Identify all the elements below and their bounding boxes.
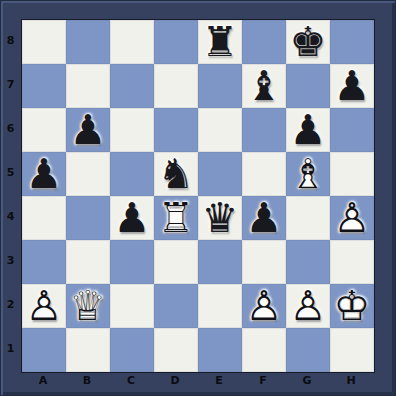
square-c3[interactable] (110, 240, 154, 284)
square-h4[interactable]: ♟♙ (330, 196, 374, 240)
square-a5[interactable]: ♟ (22, 152, 66, 196)
square-e1[interactable] (198, 328, 242, 372)
chess-diagram: 87654321 ♜♚♝♟♟♟♟♞♝♗♟♜♖♛♟♟♙♟♙♛♕♟♙♟♙♚♔ ABC… (0, 0, 396, 396)
rank-label-4: 4 (0, 195, 21, 239)
rank-label-5: 5 (0, 151, 21, 195)
square-h7[interactable]: ♟ (330, 64, 374, 108)
square-e2[interactable] (198, 284, 242, 328)
file-label-f: F (241, 372, 285, 396)
square-d2[interactable] (154, 284, 198, 328)
square-f6[interactable] (242, 108, 286, 152)
file-label-h: H (329, 372, 373, 396)
square-d5[interactable]: ♞ (154, 152, 198, 196)
rank-label-6: 6 (0, 107, 21, 151)
rank-label-2: 2 (0, 283, 21, 327)
square-e7[interactable] (198, 64, 242, 108)
file-label-d: D (153, 372, 197, 396)
square-e3[interactable] (198, 240, 242, 284)
square-e4[interactable]: ♛ (198, 196, 242, 240)
square-c8[interactable] (110, 20, 154, 64)
piece-white-pawn[interactable]: ♟♙ (22, 284, 66, 328)
square-d1[interactable] (154, 328, 198, 372)
square-b7[interactable] (66, 64, 110, 108)
piece-black-king[interactable]: ♚ (286, 20, 330, 64)
square-b3[interactable] (66, 240, 110, 284)
square-g3[interactable] (286, 240, 330, 284)
square-c6[interactable] (110, 108, 154, 152)
piece-white-king[interactable]: ♚♔ (330, 284, 374, 328)
square-b5[interactable] (66, 152, 110, 196)
piece-black-pawn[interactable]: ♟ (110, 196, 154, 240)
square-c5[interactable] (110, 152, 154, 196)
square-g2[interactable]: ♟♙ (286, 284, 330, 328)
piece-black-knight[interactable]: ♞ (154, 152, 198, 196)
square-d4[interactable]: ♜♖ (154, 196, 198, 240)
square-b4[interactable] (66, 196, 110, 240)
square-c2[interactable] (110, 284, 154, 328)
square-a7[interactable] (22, 64, 66, 108)
piece-black-pawn[interactable]: ♟ (22, 152, 66, 196)
square-a6[interactable] (22, 108, 66, 152)
square-f1[interactable] (242, 328, 286, 372)
piece-black-pawn[interactable]: ♟ (286, 108, 330, 152)
square-g4[interactable] (286, 196, 330, 240)
square-d7[interactable] (154, 64, 198, 108)
square-d8[interactable] (154, 20, 198, 64)
square-h1[interactable] (330, 328, 374, 372)
square-h5[interactable] (330, 152, 374, 196)
rank-label-3: 3 (0, 239, 21, 283)
rank-label-8: 8 (0, 19, 21, 63)
file-label-b: B (65, 372, 109, 396)
square-d3[interactable] (154, 240, 198, 284)
piece-white-rook[interactable]: ♜♖ (154, 196, 198, 240)
square-b8[interactable] (66, 20, 110, 64)
square-e5[interactable] (198, 152, 242, 196)
square-h3[interactable] (330, 240, 374, 284)
file-label-g: G (285, 372, 329, 396)
piece-black-queen[interactable]: ♛ (198, 196, 242, 240)
square-a8[interactable] (22, 20, 66, 64)
square-c7[interactable] (110, 64, 154, 108)
square-a4[interactable] (22, 196, 66, 240)
square-g7[interactable] (286, 64, 330, 108)
square-g8[interactable]: ♚ (286, 20, 330, 64)
file-label-c: C (109, 372, 153, 396)
square-f7[interactable]: ♝ (242, 64, 286, 108)
rank-label-1: 1 (0, 327, 21, 371)
chess-board[interactable]: ♜♚♝♟♟♟♟♞♝♗♟♜♖♛♟♟♙♟♙♛♕♟♙♟♙♚♔ (21, 19, 375, 373)
square-e6[interactable] (198, 108, 242, 152)
piece-black-pawn[interactable]: ♟ (330, 64, 374, 108)
square-f2[interactable]: ♟♙ (242, 284, 286, 328)
square-f8[interactable] (242, 20, 286, 64)
piece-white-bishop[interactable]: ♝♗ (286, 152, 330, 196)
file-label-a: A (21, 372, 65, 396)
square-c1[interactable] (110, 328, 154, 372)
file-label-e: E (197, 372, 241, 396)
square-f4[interactable]: ♟ (242, 196, 286, 240)
square-f5[interactable] (242, 152, 286, 196)
square-c4[interactable]: ♟ (110, 196, 154, 240)
piece-white-pawn[interactable]: ♟♙ (242, 284, 286, 328)
file-labels: ABCDEFGH (21, 372, 373, 396)
square-f3[interactable] (242, 240, 286, 284)
rank-label-7: 7 (0, 63, 21, 107)
square-h2[interactable]: ♚♔ (330, 284, 374, 328)
piece-black-rook[interactable]: ♜ (198, 20, 242, 64)
square-b6[interactable]: ♟ (66, 108, 110, 152)
square-b2[interactable]: ♛♕ (66, 284, 110, 328)
square-d6[interactable] (154, 108, 198, 152)
piece-white-queen[interactable]: ♛♕ (66, 284, 110, 328)
piece-black-bishop[interactable]: ♝ (242, 64, 286, 108)
piece-black-pawn[interactable]: ♟ (66, 108, 110, 152)
piece-white-pawn[interactable]: ♟♙ (286, 284, 330, 328)
square-a1[interactable] (22, 328, 66, 372)
square-g1[interactable] (286, 328, 330, 372)
piece-white-pawn[interactable]: ♟♙ (330, 196, 374, 240)
square-h6[interactable] (330, 108, 374, 152)
square-h8[interactable] (330, 20, 374, 64)
square-a2[interactable]: ♟♙ (22, 284, 66, 328)
square-g6[interactable]: ♟ (286, 108, 330, 152)
square-g5[interactable]: ♝♗ (286, 152, 330, 196)
square-b1[interactable] (66, 328, 110, 372)
piece-black-pawn[interactable]: ♟ (242, 196, 286, 240)
square-e8[interactable]: ♜ (198, 20, 242, 64)
rank-labels: 87654321 (0, 19, 21, 371)
square-a3[interactable] (22, 240, 66, 284)
